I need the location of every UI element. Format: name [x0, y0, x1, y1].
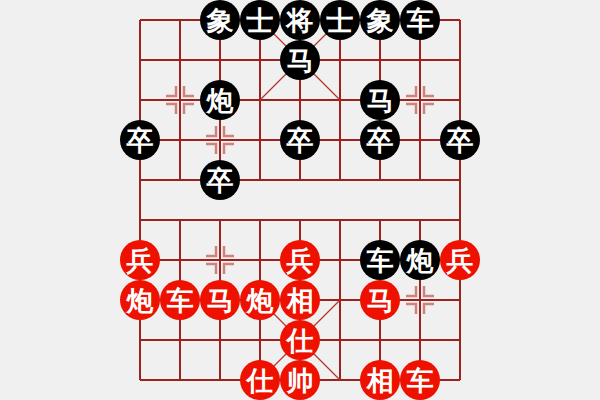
piece-black-pawn[interactable]: 卒 [120, 120, 160, 160]
piece-black-pawn[interactable]: 卒 [360, 120, 400, 160]
piece-black-elephant[interactable]: 象 [200, 0, 240, 40]
piece-red-pawn[interactable]: 兵 [280, 240, 320, 280]
piece-black-pawn[interactable]: 卒 [200, 160, 240, 200]
xiangqi-board: 象士将士象车马炮马卒卒卒卒卒兵兵车炮兵炮车马炮相马仕仕帅相车 [0, 0, 600, 400]
piece-black-pawn[interactable]: 卒 [440, 120, 480, 160]
piece-black-king[interactable]: 将 [280, 0, 320, 40]
piece-red-advisor[interactable]: 仕 [280, 320, 320, 360]
piece-black-horse[interactable]: 马 [360, 80, 400, 120]
piece-red-elephant[interactable]: 相 [360, 360, 400, 400]
piece-red-pawn[interactable]: 兵 [120, 240, 160, 280]
piece-black-cannon[interactable]: 炮 [400, 240, 440, 280]
piece-red-chariot[interactable]: 车 [400, 360, 440, 400]
piece-red-cannon[interactable]: 炮 [120, 280, 160, 320]
piece-red-pawn[interactable]: 兵 [440, 240, 480, 280]
piece-black-pawn[interactable]: 卒 [280, 120, 320, 160]
piece-red-chariot[interactable]: 车 [160, 280, 200, 320]
piece-red-horse[interactable]: 马 [200, 280, 240, 320]
piece-black-advisor[interactable]: 士 [320, 0, 360, 40]
piece-red-elephant[interactable]: 相 [280, 280, 320, 320]
piece-red-cannon[interactable]: 炮 [240, 280, 280, 320]
piece-layer: 象士将士象车马炮马卒卒卒卒卒兵兵车炮兵炮车马炮相马仕仕帅相车 [120, 0, 480, 400]
piece-red-king[interactable]: 帅 [280, 360, 320, 400]
piece-black-chariot[interactable]: 车 [400, 0, 440, 40]
piece-black-cannon[interactable]: 炮 [200, 80, 240, 120]
piece-red-advisor[interactable]: 仕 [240, 360, 280, 400]
piece-black-chariot[interactable]: 车 [360, 240, 400, 280]
piece-red-horse[interactable]: 马 [360, 280, 400, 320]
piece-black-elephant[interactable]: 象 [360, 0, 400, 40]
piece-black-advisor[interactable]: 士 [240, 0, 280, 40]
piece-black-horse[interactable]: 马 [280, 40, 320, 80]
